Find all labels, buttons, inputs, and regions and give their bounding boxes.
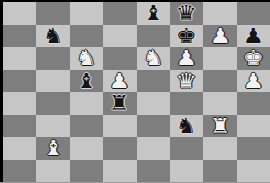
square-f3[interactable]: ♞	[170, 115, 203, 138]
white-pawn-icon: ♟	[109, 70, 130, 92]
square-d3[interactable]	[103, 115, 136, 138]
square-g3[interactable]: ♜	[203, 115, 236, 138]
square-e1[interactable]	[137, 160, 170, 183]
square-a1[interactable]	[3, 160, 36, 183]
black-bishop-icon: ♝	[143, 2, 164, 24]
square-a4[interactable]	[3, 92, 36, 115]
square-e6[interactable]: ♞	[137, 47, 170, 70]
square-f4[interactable]	[170, 92, 203, 115]
square-d6[interactable]	[103, 47, 136, 70]
square-e4[interactable]	[137, 92, 170, 115]
square-e2[interactable]	[137, 137, 170, 160]
square-b4[interactable]	[36, 92, 69, 115]
square-b1[interactable]	[36, 160, 69, 183]
square-a8[interactable]	[3, 2, 36, 25]
white-pawn-icon: ♟	[243, 70, 264, 92]
square-h3[interactable]	[237, 115, 270, 138]
square-d7[interactable]	[103, 25, 136, 48]
black-pawn-icon: ♟	[243, 25, 264, 47]
square-c8[interactable]	[70, 2, 103, 25]
square-d2[interactable]	[103, 137, 136, 160]
square-g8[interactable]	[203, 2, 236, 25]
square-c1[interactable]	[70, 160, 103, 183]
square-h7[interactable]: ♟	[237, 25, 270, 48]
square-d4[interactable]: ♜	[103, 92, 136, 115]
square-f2[interactable]	[170, 137, 203, 160]
square-a3[interactable]	[3, 115, 36, 138]
square-g5[interactable]	[203, 70, 236, 93]
square-d8[interactable]	[103, 2, 136, 25]
square-d5[interactable]: ♟	[103, 70, 136, 93]
white-rook-icon: ♜	[209, 115, 230, 137]
square-g4[interactable]	[203, 92, 236, 115]
square-b7[interactable]: ♞	[36, 25, 69, 48]
board-frame: ♝♛♞♚♟♟♞♞♟♚♝♟♛♟♜♞♜♝	[0, 0, 270, 182]
square-c6[interactable]: ♞	[70, 47, 103, 70]
square-e5[interactable]	[137, 70, 170, 93]
black-queen-icon: ♛	[176, 2, 197, 24]
square-f6[interactable]: ♟	[170, 47, 203, 70]
black-knight-icon: ♞	[176, 115, 197, 137]
square-f5[interactable]: ♛	[170, 70, 203, 93]
square-e8[interactable]: ♝	[137, 2, 170, 25]
square-a2[interactable]	[3, 137, 36, 160]
black-rook-icon: ♜	[109, 92, 130, 114]
square-c4[interactable]	[70, 92, 103, 115]
black-bishop-icon: ♝	[76, 70, 97, 92]
square-d1[interactable]	[103, 160, 136, 183]
square-h1[interactable]	[237, 160, 270, 183]
white-pawn-icon: ♟	[176, 47, 197, 69]
square-g1[interactable]	[203, 160, 236, 183]
square-b6[interactable]	[36, 47, 69, 70]
square-h6[interactable]: ♚	[237, 47, 270, 70]
white-knight-icon: ♞	[143, 47, 164, 69]
square-c2[interactable]	[70, 137, 103, 160]
square-a6[interactable]	[3, 47, 36, 70]
square-h8[interactable]	[237, 2, 270, 25]
square-f1[interactable]	[170, 160, 203, 183]
square-h2[interactable]	[237, 137, 270, 160]
square-e7[interactable]	[137, 25, 170, 48]
black-king-icon: ♚	[176, 25, 197, 47]
square-f8[interactable]: ♛	[170, 2, 203, 25]
square-g2[interactable]	[203, 137, 236, 160]
square-a7[interactable]	[3, 25, 36, 48]
square-g6[interactable]	[203, 47, 236, 70]
white-bishop-icon: ♝	[43, 137, 64, 159]
black-knight-icon: ♞	[43, 25, 64, 47]
white-knight-icon: ♞	[76, 47, 97, 69]
square-b8[interactable]	[36, 2, 69, 25]
square-f7[interactable]: ♚	[170, 25, 203, 48]
square-c5[interactable]: ♝	[70, 70, 103, 93]
square-b5[interactable]	[36, 70, 69, 93]
white-queen-icon: ♛	[176, 70, 197, 92]
square-h5[interactable]: ♟	[237, 70, 270, 93]
square-b3[interactable]	[36, 115, 69, 138]
white-pawn-icon: ♟	[209, 25, 230, 47]
square-c7[interactable]	[70, 25, 103, 48]
chess-board: ♝♛♞♚♟♟♞♞♟♚♝♟♛♟♜♞♜♝	[3, 2, 270, 182]
square-h4[interactable]	[237, 92, 270, 115]
square-g7[interactable]: ♟	[203, 25, 236, 48]
square-c3[interactable]	[70, 115, 103, 138]
square-e3[interactable]	[137, 115, 170, 138]
square-a5[interactable]	[3, 70, 36, 93]
square-b2[interactable]: ♝	[36, 137, 69, 160]
white-king-icon: ♚	[243, 47, 264, 69]
